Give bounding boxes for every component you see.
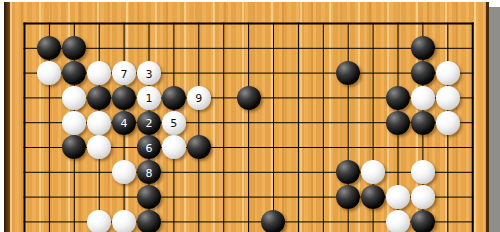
board-point[interactable] [112,160,137,185]
board-point[interactable] [410,209,435,232]
board-point[interactable] [435,61,460,86]
board-point[interactable] [336,110,361,135]
board-point[interactable] [62,185,87,210]
board-point[interactable] [336,209,361,232]
board-point[interactable] [435,11,460,36]
board-point[interactable] [137,36,162,61]
board-point[interactable] [361,61,386,86]
board-point[interactable] [236,135,261,160]
white-stone[interactable] [87,210,111,232]
board-point[interactable] [211,185,236,210]
board-point[interactable] [435,185,460,210]
board-point[interactable]: 4 [112,110,137,135]
board-point[interactable] [112,85,137,110]
board-point[interactable] [112,36,137,61]
white-stone[interactable] [386,210,410,232]
move-number-label: 6 [145,142,152,153]
board-point[interactable] [286,61,311,86]
white-stone[interactable] [436,86,460,110]
board-point[interactable] [435,160,460,185]
board-point[interactable] [161,36,186,61]
board-point[interactable]: 2 [137,110,162,135]
black-stone[interactable] [137,185,161,209]
board-point[interactable] [12,110,37,135]
board-point[interactable] [410,110,435,135]
board-point[interactable] [236,36,261,61]
board-point[interactable] [410,135,435,160]
board-point[interactable] [460,135,485,160]
board-point[interactable] [336,11,361,36]
board-point[interactable] [286,110,311,135]
board-point[interactable] [385,185,410,210]
board-point[interactable] [361,185,386,210]
board-point[interactable] [286,135,311,160]
black-stone[interactable] [361,185,385,209]
board-point[interactable] [236,110,261,135]
board-point[interactable] [161,160,186,185]
board-point[interactable] [211,209,236,232]
white-stone[interactable] [62,86,86,110]
board-point[interactable] [236,11,261,36]
black-stone[interactable] [386,111,410,135]
board-point[interactable] [311,61,336,86]
board-point[interactable] [435,36,460,61]
board-point[interactable] [385,61,410,86]
board-point[interactable] [410,61,435,86]
board-point[interactable]: 8 [137,160,162,185]
black-stone[interactable] [336,185,360,209]
move-number-label: 1 [145,93,152,104]
board-point[interactable] [87,135,112,160]
board-point[interactable] [435,110,460,135]
board-point[interactable] [211,11,236,36]
board-point[interactable] [311,160,336,185]
board-point[interactable] [410,36,435,61]
board-point[interactable] [286,160,311,185]
move-number-label: 8 [145,167,152,178]
black-stone[interactable]: 2 [137,111,161,135]
board-point[interactable] [460,209,485,232]
white-stone[interactable]: 7 [112,61,136,85]
board-point[interactable] [236,209,261,232]
white-stone[interactable] [411,86,435,110]
board-point[interactable] [311,185,336,210]
board-point[interactable] [410,85,435,110]
board-point[interactable] [87,61,112,86]
board-point[interactable] [186,61,211,86]
board-point[interactable] [37,110,62,135]
white-stone[interactable] [87,135,111,159]
board-point[interactable]: 7 [112,61,137,86]
board-point[interactable] [460,110,485,135]
white-stone[interactable]: 9 [187,86,211,110]
board-point[interactable] [261,209,286,232]
black-stone[interactable] [237,86,261,110]
board-point[interactable] [385,85,410,110]
board-point[interactable] [336,185,361,210]
board-point[interactable] [261,85,286,110]
board-point[interactable] [336,135,361,160]
move-number-label: 2 [145,118,152,129]
board-point[interactable] [236,185,261,210]
board-point[interactable] [12,135,37,160]
board-point[interactable] [37,135,62,160]
board-point[interactable] [12,11,37,36]
board-point[interactable] [87,11,112,36]
board-point[interactable] [186,11,211,36]
board-point[interactable] [286,185,311,210]
board-point[interactable] [112,11,137,36]
board-point[interactable] [361,85,386,110]
board-point[interactable] [361,110,386,135]
white-stone[interactable] [37,61,61,85]
board-point[interactable] [261,135,286,160]
black-stone[interactable] [411,210,435,232]
board-point[interactable] [12,160,37,185]
black-stone[interactable] [87,86,111,110]
board-point[interactable] [236,61,261,86]
board-point[interactable] [87,185,112,210]
white-stone[interactable] [112,210,136,232]
board-point[interactable] [62,36,87,61]
black-stone[interactable] [62,36,86,60]
board-point[interactable] [186,135,211,160]
board-point[interactable] [460,36,485,61]
board-point[interactable]: 6 [137,135,162,160]
board-point[interactable] [435,85,460,110]
black-stone[interactable] [386,86,410,110]
white-stone[interactable] [411,160,435,184]
board-point[interactable] [385,209,410,232]
board-point[interactable] [410,11,435,36]
board-point[interactable] [186,185,211,210]
board-point[interactable] [62,135,87,160]
board-point[interactable] [286,209,311,232]
black-stone[interactable] [162,86,186,110]
black-stone[interactable] [62,61,86,85]
board-point[interactable] [161,209,186,232]
board-point[interactable] [37,85,62,110]
white-stone[interactable] [87,111,111,135]
board-point[interactable] [361,36,386,61]
white-stone[interactable] [87,61,111,85]
board-point[interactable]: 5 [161,110,186,135]
white-stone[interactable] [436,61,460,85]
black-stone[interactable] [411,111,435,135]
board-point[interactable]: 3 [137,61,162,86]
board-point[interactable] [336,160,361,185]
black-stone[interactable] [261,210,285,232]
white-stone[interactable] [162,135,186,159]
board-point[interactable] [311,110,336,135]
black-stone[interactable]: 8 [137,160,161,184]
board-point[interactable] [62,209,87,232]
board-point[interactable] [385,11,410,36]
board-point[interactable] [112,185,137,210]
black-stone[interactable]: 4 [112,111,136,135]
board-point[interactable] [137,185,162,210]
board-point[interactable] [12,61,37,86]
board-point[interactable] [87,209,112,232]
board-point[interactable] [261,61,286,86]
board-point[interactable] [37,36,62,61]
board-point[interactable] [112,209,137,232]
board-point[interactable] [261,160,286,185]
move-number-label: 5 [170,118,177,129]
move-number-label: 4 [121,118,128,129]
move-number-label: 9 [195,93,202,104]
board-point[interactable] [435,135,460,160]
board-point[interactable] [137,11,162,36]
board-point[interactable] [161,61,186,86]
black-stone[interactable] [411,36,435,60]
board-point[interactable] [311,135,336,160]
black-stone[interactable] [411,61,435,85]
board-point[interactable] [385,36,410,61]
board-point[interactable] [87,85,112,110]
board-point[interactable] [385,160,410,185]
black-stone[interactable] [137,210,161,232]
board-point[interactable] [161,185,186,210]
board-point[interactable] [12,85,37,110]
board-point[interactable] [311,11,336,36]
board-point[interactable] [62,11,87,36]
board-point[interactable] [211,61,236,86]
board-point[interactable] [460,160,485,185]
white-stone[interactable]: 3 [137,61,161,85]
board-point[interactable] [361,11,386,36]
board-point[interactable] [186,110,211,135]
white-stone[interactable] [386,185,410,209]
board-point[interactable] [410,185,435,210]
board-point[interactable] [211,135,236,160]
board-point[interactable] [336,36,361,61]
board-point[interactable] [460,11,485,36]
board-point[interactable] [410,160,435,185]
go-board[interactable]: 731942568 [12,11,485,232]
board-point[interactable] [236,85,261,110]
board-point[interactable] [211,36,236,61]
board-point[interactable] [37,185,62,210]
black-stone[interactable] [336,61,360,85]
board-point[interactable] [62,61,87,86]
black-stone[interactable] [336,160,360,184]
board-point[interactable] [336,61,361,86]
board-point[interactable] [385,135,410,160]
board-point[interactable] [211,85,236,110]
board-point[interactable] [137,209,162,232]
board-point[interactable] [361,135,386,160]
board-point[interactable] [186,36,211,61]
board-point[interactable] [261,110,286,135]
board-point[interactable] [361,209,386,232]
white-stone[interactable] [62,111,86,135]
board-point[interactable] [161,135,186,160]
white-stone[interactable]: 5 [162,111,186,135]
go-diagram-page: 731942568 [0,0,500,232]
board-point[interactable] [12,185,37,210]
move-number-label: 7 [121,68,128,79]
board-point[interactable] [87,36,112,61]
white-stone[interactable]: 1 [137,86,161,110]
black-stone[interactable] [62,135,86,159]
board-point[interactable] [261,185,286,210]
board-point[interactable] [87,110,112,135]
black-stone[interactable] [37,36,61,60]
board-point[interactable] [37,209,62,232]
board-point[interactable] [37,160,62,185]
board-point[interactable] [261,11,286,36]
board-point[interactable]: 1 [137,85,162,110]
board-point[interactable] [361,160,386,185]
board-point[interactable] [186,209,211,232]
board-point[interactable] [161,11,186,36]
black-stone[interactable]: 6 [137,135,161,159]
board-point[interactable] [385,110,410,135]
black-stone[interactable] [187,135,211,159]
board-point[interactable] [62,85,87,110]
board-point[interactable] [62,110,87,135]
board-point[interactable] [460,185,485,210]
board-point[interactable] [286,85,311,110]
white-stone[interactable] [436,111,460,135]
board-point[interactable]: 9 [186,85,211,110]
board-point[interactable] [311,209,336,232]
white-stone[interactable] [411,185,435,209]
board-point[interactable] [435,209,460,232]
board-point[interactable] [37,61,62,86]
board-point[interactable] [87,160,112,185]
board-point[interactable] [62,160,87,185]
board-point[interactable] [12,209,37,232]
board-point[interactable] [161,85,186,110]
board-point[interactable] [211,110,236,135]
board-point[interactable] [112,135,137,160]
board-point[interactable] [186,160,211,185]
board-point[interactable] [460,61,485,86]
white-stone[interactable] [112,160,136,184]
board-point[interactable] [311,36,336,61]
board-point[interactable] [336,85,361,110]
board-point[interactable] [286,11,311,36]
board-point[interactable] [236,160,261,185]
board-point[interactable] [286,36,311,61]
board-point[interactable] [37,11,62,36]
move-number-label: 3 [145,68,152,79]
board-point[interactable] [311,85,336,110]
board-point[interactable] [460,85,485,110]
board-point[interactable] [261,36,286,61]
board-point[interactable] [12,36,37,61]
white-stone[interactable] [361,160,385,184]
black-stone[interactable] [112,86,136,110]
board-point[interactable] [211,160,236,185]
